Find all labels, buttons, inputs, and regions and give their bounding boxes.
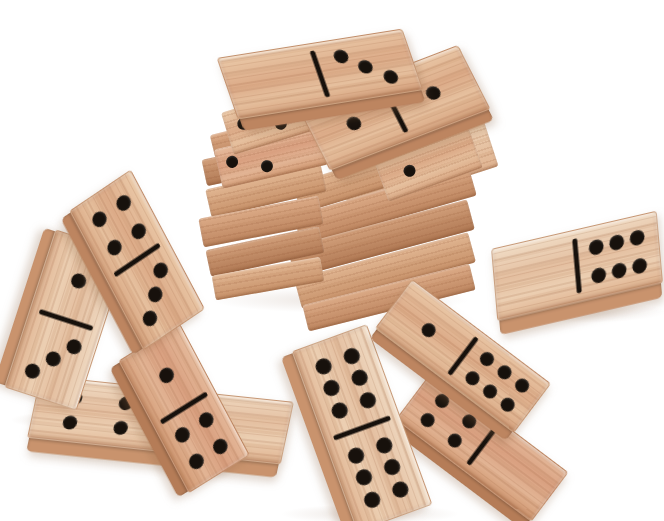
pip <box>374 435 395 456</box>
pip <box>330 401 351 422</box>
dominoes-product-photo <box>0 0 664 521</box>
pip <box>629 229 645 247</box>
pip <box>61 415 78 430</box>
pip <box>196 409 216 430</box>
tile-half-b <box>581 219 655 294</box>
pip <box>345 114 364 132</box>
pip <box>111 421 128 436</box>
tile-half-a <box>499 238 573 313</box>
pip <box>495 363 515 383</box>
pip <box>418 410 438 430</box>
pip <box>69 272 88 291</box>
pip <box>259 159 273 173</box>
pip <box>341 345 362 366</box>
pip <box>151 260 171 282</box>
pip <box>591 266 607 284</box>
pip <box>381 69 399 85</box>
pip <box>128 220 148 242</box>
pip <box>632 256 648 274</box>
tile-half-b <box>13 317 93 402</box>
tile-half-b <box>319 36 413 98</box>
pip <box>358 390 379 411</box>
pip <box>114 193 134 215</box>
pip <box>172 424 192 445</box>
pip <box>481 381 501 401</box>
pip <box>354 468 375 489</box>
tile-half-a <box>301 335 390 432</box>
pip <box>332 49 350 65</box>
pip <box>346 445 367 466</box>
pip <box>146 284 166 306</box>
pip <box>463 368 483 388</box>
pip <box>157 365 177 386</box>
pip <box>357 59 375 75</box>
pip <box>225 155 239 169</box>
divider-line <box>572 239 582 294</box>
pip <box>611 261 627 279</box>
pip <box>350 368 371 389</box>
pip <box>104 237 124 259</box>
pip <box>588 238 604 256</box>
pip <box>23 362 42 381</box>
pip <box>65 337 84 356</box>
pip <box>477 350 497 370</box>
pip <box>609 234 625 252</box>
pip <box>498 394 518 414</box>
pip <box>512 376 532 396</box>
pip <box>419 320 439 340</box>
pip <box>89 209 109 231</box>
pip <box>140 307 160 329</box>
pip <box>210 436 230 457</box>
pip <box>424 84 443 102</box>
pip <box>313 356 334 377</box>
pip <box>382 457 403 478</box>
domino-0-3 <box>217 29 424 120</box>
pip <box>362 490 383 511</box>
pip <box>402 163 417 178</box>
pip <box>390 480 411 501</box>
pip <box>186 451 206 472</box>
pip <box>445 431 465 451</box>
pip <box>44 350 63 369</box>
pip <box>321 378 342 399</box>
tile-half-a <box>227 50 321 112</box>
